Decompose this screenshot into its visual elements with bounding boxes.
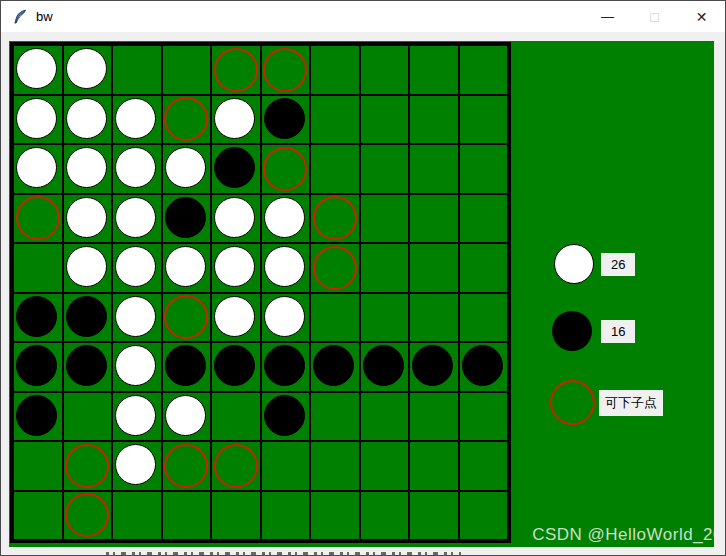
- board-cell-r8c6[interactable]: [311, 442, 359, 490]
- board-cell-r5c2[interactable]: [113, 294, 161, 342]
- legal-move-marker[interactable]: [16, 196, 60, 240]
- board-cell-r9c5[interactable]: [262, 492, 310, 540]
- game-canvas: 26 16 可下子点: [9, 41, 714, 547]
- csdn-watermark: CSDN @HelloWorld_20: [532, 525, 723, 545]
- legal-move-marker[interactable]: [263, 48, 307, 92]
- board-cell-r1c6[interactable]: [311, 96, 359, 144]
- board-cell-r6c7[interactable]: [361, 343, 409, 391]
- board-cell-r6c8[interactable]: [410, 343, 458, 391]
- board-cell-r7c7[interactable]: [361, 393, 409, 441]
- legal-move-legend-ring: [550, 380, 595, 425]
- board-cell-r4c4[interactable]: [212, 244, 260, 292]
- board-cell-r2c4[interactable]: [212, 145, 260, 193]
- black-stone: [165, 345, 206, 386]
- board-cell-r4c0[interactable]: [14, 244, 62, 292]
- legal-move-marker[interactable]: [164, 444, 208, 488]
- board-cell-r7c1[interactable]: [64, 393, 112, 441]
- white-stone: [16, 98, 57, 139]
- white-stone: [115, 345, 156, 386]
- black-stone: [214, 345, 255, 386]
- white-stone: [165, 147, 206, 188]
- white-stone: [16, 147, 57, 188]
- board-cell-r9c6[interactable]: [311, 492, 359, 540]
- board-cell-r8c3[interactable]: [163, 442, 211, 490]
- board-cell-r9c2[interactable]: [113, 492, 161, 540]
- black-stone: [264, 395, 305, 436]
- board-cell-r0c5[interactable]: [262, 46, 310, 94]
- black-stone: [66, 345, 107, 386]
- board-cell-r0c6[interactable]: [311, 46, 359, 94]
- board-cell-r4c5[interactable]: [262, 244, 310, 292]
- board-cell-r4c8[interactable]: [410, 244, 458, 292]
- board: [10, 42, 511, 543]
- board-cell-r7c2[interactable]: [113, 393, 161, 441]
- board-cell-r8c0[interactable]: [14, 442, 62, 490]
- board-cell-r8c9[interactable]: [460, 442, 508, 490]
- board-cell-r0c4[interactable]: [212, 46, 260, 94]
- board-cell-r5c0[interactable]: [14, 294, 62, 342]
- board-cell-r2c5[interactable]: [262, 145, 310, 193]
- black-stone: [16, 345, 57, 386]
- board-cell-r0c8[interactable]: [410, 46, 458, 94]
- white-stone: [66, 98, 107, 139]
- board-cell-r1c2[interactable]: [113, 96, 161, 144]
- board-cell-r6c3[interactable]: [163, 343, 211, 391]
- black-stone: [412, 345, 453, 386]
- board-cell-r3c1[interactable]: [64, 195, 112, 243]
- white-stone: [115, 296, 156, 337]
- board-cell-r5c9[interactable]: [460, 294, 508, 342]
- board-cell-r4c7[interactable]: [361, 244, 409, 292]
- board-cell-r4c9[interactable]: [460, 244, 508, 292]
- caption-buttons: — □ ✕: [584, 1, 725, 32]
- board-cell-r0c1[interactable]: [64, 46, 112, 94]
- board-cell-r6c5[interactable]: [262, 343, 310, 391]
- board-cell-r5c6[interactable]: [311, 294, 359, 342]
- board-cell-r5c7[interactable]: [361, 294, 409, 342]
- board-cell-r0c7[interactable]: [361, 46, 409, 94]
- board-cell-r6c4[interactable]: [212, 343, 260, 391]
- board-cell-r6c2[interactable]: [113, 343, 161, 391]
- board-cell-r2c8[interactable]: [410, 145, 458, 193]
- legal-move-marker[interactable]: [164, 295, 208, 339]
- board-cell-r3c5[interactable]: [262, 195, 310, 243]
- board-cell-r7c8[interactable]: [410, 393, 458, 441]
- white-stone: [214, 296, 255, 337]
- board-cell-r0c3[interactable]: [163, 46, 211, 94]
- board-cell-r2c0[interactable]: [14, 145, 62, 193]
- white-stone: [264, 296, 305, 337]
- board-cell-r0c9[interactable]: [460, 46, 508, 94]
- board-cell-r3c6[interactable]: [311, 195, 359, 243]
- black-stone: [264, 345, 305, 386]
- board-cell-r3c9[interactable]: [460, 195, 508, 243]
- legal-move-marker[interactable]: [313, 246, 357, 290]
- board-cell-r9c4[interactable]: [212, 492, 260, 540]
- black-stone: [214, 147, 255, 188]
- board-cell-r9c7[interactable]: [361, 492, 409, 540]
- black-stone: [16, 395, 57, 436]
- minimize-button[interactable]: —: [584, 1, 631, 32]
- board-cell-r7c4[interactable]: [212, 393, 260, 441]
- white-stone: [115, 147, 156, 188]
- white-stone: [214, 246, 255, 287]
- board-cell-r3c2[interactable]: [113, 195, 161, 243]
- white-stone: [165, 395, 206, 436]
- white-stone: [66, 197, 107, 238]
- board-cell-r5c1[interactable]: [64, 294, 112, 342]
- board-cell-r7c9[interactable]: [460, 393, 508, 441]
- board-cell-r3c0[interactable]: [14, 195, 62, 243]
- board-cell-r8c1[interactable]: [64, 442, 112, 490]
- board-cell-r0c0[interactable]: [14, 46, 62, 94]
- legal-move-marker[interactable]: [214, 48, 258, 92]
- tk-feather-icon: [12, 9, 28, 25]
- white-stone: [115, 395, 156, 436]
- white-stone: [264, 197, 305, 238]
- board-cell-r8c8[interactable]: [410, 442, 458, 490]
- legal-move-marker[interactable]: [65, 444, 109, 488]
- board-cell-r1c4[interactable]: [212, 96, 260, 144]
- board-cell-r5c4[interactable]: [212, 294, 260, 342]
- board-cell-r1c3[interactable]: [163, 96, 211, 144]
- legal-move-marker[interactable]: [214, 444, 258, 488]
- board-cell-r1c0[interactable]: [14, 96, 62, 144]
- board-cell-r4c6[interactable]: [311, 244, 359, 292]
- board-cell-r7c5[interactable]: [262, 393, 310, 441]
- legal-move-marker[interactable]: [313, 196, 357, 240]
- board-cell-r2c7[interactable]: [361, 145, 409, 193]
- board-cell-r6c6[interactable]: [311, 343, 359, 391]
- black-stone: [66, 296, 107, 337]
- black-count-label: 16: [601, 320, 635, 343]
- board-cell-r2c1[interactable]: [64, 145, 112, 193]
- black-stone: [16, 296, 57, 337]
- board-cell-r9c3[interactable]: [163, 492, 211, 540]
- board-cell-r9c8[interactable]: [410, 492, 458, 540]
- board-cell-r2c9[interactable]: [460, 145, 508, 193]
- legal-move-marker[interactable]: [263, 147, 307, 191]
- board-cell-r2c6[interactable]: [311, 145, 359, 193]
- board-cell-r5c8[interactable]: [410, 294, 458, 342]
- maximize-button[interactable]: □: [631, 1, 678, 32]
- board-cell-r0c2[interactable]: [113, 46, 161, 94]
- black-stone: [462, 345, 503, 386]
- board-cell-r4c3[interactable]: [163, 244, 211, 292]
- board-cell-r2c2[interactable]: [113, 145, 161, 193]
- clipped-status-text: [106, 552, 461, 555]
- white-stone: [66, 246, 107, 287]
- white-stone: [214, 98, 255, 139]
- board-cell-r8c7[interactable]: [361, 442, 409, 490]
- white-stone: [115, 444, 156, 485]
- black-stone: [363, 345, 404, 386]
- board-cell-r9c9[interactable]: [460, 492, 508, 540]
- legal-move-label: 可下子点: [599, 390, 663, 416]
- white-stone: [165, 246, 206, 287]
- black-stone: [313, 345, 354, 386]
- board-cell-r1c8[interactable]: [410, 96, 458, 144]
- board-cell-r7c6[interactable]: [311, 393, 359, 441]
- board-cell-r9c1[interactable]: [64, 492, 112, 540]
- board-cell-r3c8[interactable]: [410, 195, 458, 243]
- board-cell-r5c5[interactable]: [262, 294, 310, 342]
- board-cell-r9c0[interactable]: [14, 492, 62, 540]
- black-stone: [264, 98, 305, 139]
- legal-move-marker[interactable]: [164, 97, 208, 141]
- white-stone-legend: [554, 244, 594, 284]
- board-cell-r1c7[interactable]: [361, 96, 409, 144]
- board-cell-r8c5[interactable]: [262, 442, 310, 490]
- white-stone: [16, 48, 57, 89]
- black-stone: [165, 197, 206, 238]
- board-cell-r4c1[interactable]: [64, 244, 112, 292]
- board-cell-r6c1[interactable]: [64, 343, 112, 391]
- board-cell-r1c5[interactable]: [262, 96, 310, 144]
- board-cell-r1c1[interactable]: [64, 96, 112, 144]
- white-stone: [66, 48, 107, 89]
- titlebar: bw — □ ✕: [1, 1, 725, 32]
- white-stone: [66, 147, 107, 188]
- board-cell-r5c3[interactable]: [163, 294, 211, 342]
- white-stone: [115, 98, 156, 139]
- board-cell-r3c7[interactable]: [361, 195, 409, 243]
- board-cell-r3c4[interactable]: [212, 195, 260, 243]
- board-cell-r8c4[interactable]: [212, 442, 260, 490]
- board-cell-r7c3[interactable]: [163, 393, 211, 441]
- white-stone: [115, 246, 156, 287]
- window-title: bw: [36, 9, 53, 24]
- board-cell-r6c9[interactable]: [460, 343, 508, 391]
- white-count-label: 26: [601, 253, 635, 276]
- board-cell-r2c3[interactable]: [163, 145, 211, 193]
- legal-move-marker[interactable]: [65, 493, 109, 537]
- white-stone: [214, 197, 255, 238]
- close-button[interactable]: ✕: [678, 1, 725, 32]
- board-cell-r8c2[interactable]: [113, 442, 161, 490]
- board-cell-r4c2[interactable]: [113, 244, 161, 292]
- board-cell-r3c3[interactable]: [163, 195, 211, 243]
- board-cell-r7c0[interactable]: [14, 393, 62, 441]
- board-cell-r6c0[interactable]: [14, 343, 62, 391]
- app-window: bw — □ ✕ 26 16 可下子点 CSDN @HelloWorld_20: [0, 0, 726, 556]
- white-stone: [115, 197, 156, 238]
- black-stone-legend: [552, 311, 592, 351]
- board-cell-r1c9[interactable]: [460, 96, 508, 144]
- white-stone: [264, 246, 305, 287]
